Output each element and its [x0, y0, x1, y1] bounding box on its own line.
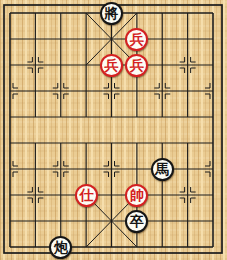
board-intersection[interactable]	[0, 130, 23, 156]
board-intersection[interactable]	[48, 52, 73, 78]
board-intersection[interactable]	[48, 156, 73, 182]
piece-glyph: 帥	[130, 188, 144, 202]
piece-red-soldier[interactable]: 兵	[125, 28, 148, 51]
board-intersection[interactable]	[73, 130, 98, 156]
board-intersection[interactable]	[48, 104, 73, 130]
board-intersection[interactable]	[48, 26, 73, 52]
piece-glyph: 將	[105, 6, 119, 20]
board-intersection[interactable]	[23, 156, 48, 182]
board-intersection[interactable]	[175, 78, 200, 104]
board-intersection[interactable]	[175, 52, 200, 78]
board-intersection[interactable]	[99, 208, 124, 234]
piece-black-cannon[interactable]: 炮	[49, 236, 72, 259]
board-intersection[interactable]	[99, 234, 124, 260]
board-intersection[interactable]	[99, 156, 124, 182]
xiangqi-board: 將兵兵兵馬仕帥卒炮	[0, 0, 227, 260]
board-intersection[interactable]	[200, 156, 225, 182]
piece-glyph: 仕	[79, 188, 93, 202]
board-intersection[interactable]	[175, 234, 200, 260]
piece-glyph: 兵	[130, 32, 144, 46]
board-intersection[interactable]	[73, 26, 98, 52]
board-intersection[interactable]	[175, 182, 200, 208]
board-intersection[interactable]: 馬	[150, 156, 175, 182]
board-intersection[interactable]	[0, 208, 23, 234]
board-intersection[interactable]	[99, 130, 124, 156]
board-intersection[interactable]	[150, 130, 175, 156]
piece-glyph: 兵	[130, 58, 144, 72]
board-intersection[interactable]	[150, 234, 175, 260]
board-intersection[interactable]	[200, 182, 225, 208]
board-intersection[interactable]: 仕	[73, 182, 98, 208]
board-intersection[interactable]	[23, 52, 48, 78]
board-intersection[interactable]	[99, 182, 124, 208]
board-intersection[interactable]	[73, 78, 98, 104]
board-intersection[interactable]: 兵	[124, 26, 149, 52]
board-intersection[interactable]	[175, 156, 200, 182]
board-intersection[interactable]	[99, 26, 124, 52]
board-intersection[interactable]	[48, 130, 73, 156]
piece-black-soldier[interactable]: 卒	[125, 210, 148, 233]
board-intersection[interactable]	[0, 26, 23, 52]
board-intersection[interactable]	[175, 104, 200, 130]
board-intersection[interactable]	[23, 78, 48, 104]
board-intersection[interactable]	[48, 182, 73, 208]
board-intersection[interactable]	[48, 208, 73, 234]
board-intersection[interactable]	[124, 0, 149, 26]
piece-glyph: 兵	[105, 58, 119, 72]
board-intersection[interactable]	[150, 208, 175, 234]
board-intersection[interactable]	[175, 130, 200, 156]
board-intersection[interactable]	[0, 52, 23, 78]
pieces-grid: 將兵兵兵馬仕帥卒炮	[0, 0, 226, 260]
board-intersection[interactable]: 炮	[48, 234, 73, 260]
board-intersection[interactable]	[124, 156, 149, 182]
board-intersection[interactable]	[73, 52, 98, 78]
board-intersection[interactable]	[0, 156, 23, 182]
board-intersection[interactable]	[73, 104, 98, 130]
piece-red-general[interactable]: 帥	[125, 184, 148, 207]
board-intersection[interactable]	[0, 0, 23, 26]
board-intersection[interactable]	[0, 234, 23, 260]
board-intersection[interactable]	[175, 0, 200, 26]
board-intersection[interactable]: 卒	[124, 208, 149, 234]
board-intersection[interactable]	[23, 104, 48, 130]
board-intersection[interactable]: 兵	[99, 52, 124, 78]
piece-glyph: 炮	[54, 240, 68, 254]
board-intersection[interactable]	[200, 26, 225, 52]
board-intersection[interactable]	[23, 130, 48, 156]
board-intersection[interactable]	[124, 234, 149, 260]
board-intersection[interactable]	[150, 26, 175, 52]
board-intersection[interactable]	[23, 0, 48, 26]
board-intersection[interactable]: 將	[99, 0, 124, 26]
board-intersection[interactable]	[124, 104, 149, 130]
board-intersection[interactable]: 帥	[124, 182, 149, 208]
board-intersection[interactable]	[150, 52, 175, 78]
board-intersection[interactable]	[99, 78, 124, 104]
board-intersection[interactable]	[200, 104, 225, 130]
board-intersection[interactable]	[175, 26, 200, 52]
board-intersection[interactable]	[200, 78, 225, 104]
piece-black-general[interactable]: 將	[100, 2, 123, 25]
board-intersection[interactable]	[73, 0, 98, 26]
board-intersection[interactable]	[23, 234, 48, 260]
board-intersection[interactable]	[0, 182, 23, 208]
piece-glyph: 馬	[155, 162, 169, 176]
board-intersection[interactable]	[23, 208, 48, 234]
board-intersection[interactable]	[73, 156, 98, 182]
piece-red-soldier[interactable]: 兵	[125, 54, 148, 77]
board-intersection[interactable]	[175, 208, 200, 234]
board-intersection[interactable]	[200, 130, 225, 156]
board-intersection[interactable]	[200, 208, 225, 234]
board-intersection[interactable]	[200, 234, 225, 260]
board-intersection[interactable]	[200, 0, 225, 26]
board-intersection[interactable]	[23, 182, 48, 208]
piece-red-advisor[interactable]: 仕	[75, 184, 98, 207]
board-intersection[interactable]	[150, 78, 175, 104]
piece-red-soldier[interactable]: 兵	[100, 54, 123, 77]
board-intersection[interactable]	[150, 104, 175, 130]
board-intersection[interactable]	[73, 234, 98, 260]
board-intersection[interactable]	[150, 182, 175, 208]
board-intersection[interactable]	[200, 52, 225, 78]
board-intersection[interactable]	[48, 78, 73, 104]
board-intersection[interactable]	[0, 78, 23, 104]
board-intersection[interactable]	[124, 78, 149, 104]
piece-glyph: 卒	[130, 214, 144, 228]
board-intersection[interactable]	[99, 104, 124, 130]
board-intersection[interactable]: 兵	[124, 52, 149, 78]
board-intersection[interactable]	[0, 104, 23, 130]
board-intersection[interactable]	[150, 0, 175, 26]
board-intersection[interactable]	[23, 26, 48, 52]
piece-black-horse[interactable]: 馬	[151, 158, 174, 181]
board-intersection[interactable]	[73, 208, 98, 234]
board-intersection[interactable]	[124, 130, 149, 156]
board-intersection[interactable]	[48, 0, 73, 26]
